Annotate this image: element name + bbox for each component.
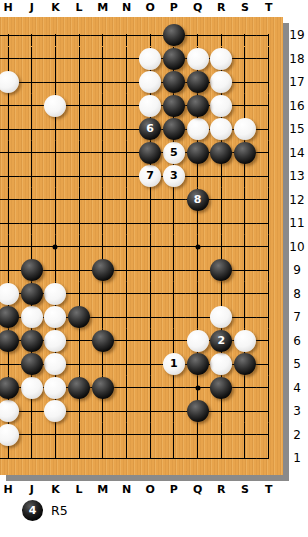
intersection-J17 xyxy=(20,70,44,94)
row-label-18: 18 xyxy=(286,51,308,67)
stone-black-J6 xyxy=(21,330,43,352)
intersection-P2 xyxy=(162,423,186,447)
intersection-R10 xyxy=(209,235,233,259)
intersection-L14 xyxy=(67,141,91,165)
intersection-O8 xyxy=(138,282,162,306)
intersection-M11 xyxy=(91,211,115,235)
intersection-K1 xyxy=(44,446,68,470)
intersection-Q9 xyxy=(186,258,210,282)
intersection-K19 xyxy=(44,23,68,47)
intersection-M14 xyxy=(91,141,115,165)
stone-white-K5 xyxy=(44,353,66,375)
stone-white-Q15 xyxy=(187,118,209,140)
column-label-L: L xyxy=(69,0,90,15)
stone-black-J9 xyxy=(21,259,43,281)
intersection-S7 xyxy=(233,305,257,329)
row-label-2: 2 xyxy=(286,427,308,443)
stone-white-O17 xyxy=(139,71,161,93)
column-label-M: M xyxy=(92,482,113,497)
column-labels-top: HJKLMNOPQRST xyxy=(0,0,308,15)
stone-white-K3 xyxy=(44,400,66,422)
intersection-S13 xyxy=(233,164,257,188)
intersection-L10 xyxy=(67,235,91,259)
intersection-K15 xyxy=(44,117,68,141)
intersection-L16 xyxy=(67,94,91,118)
intersection-K9 xyxy=(44,258,68,282)
intersection-M17 xyxy=(91,70,115,94)
intersection-H19 xyxy=(0,23,20,47)
column-label-K: K xyxy=(45,482,66,497)
stone-white-R5 xyxy=(210,353,232,375)
intersection-T19 xyxy=(257,23,281,47)
intersection-R3 xyxy=(209,399,233,423)
intersection-T11 xyxy=(257,211,281,235)
move-number-2: 2 xyxy=(210,330,232,352)
stone-white-P14: 5 xyxy=(163,142,185,164)
stone-black-S14 xyxy=(234,142,256,164)
column-label-L: L xyxy=(69,482,90,497)
intersection-T16 xyxy=(257,94,281,118)
row-label-12: 12 xyxy=(286,192,308,208)
intersection-L5 xyxy=(67,352,91,376)
intersection-Q13 xyxy=(186,164,210,188)
intersection-O2 xyxy=(138,423,162,447)
intersection-Q7 xyxy=(186,305,210,329)
intersection-J3 xyxy=(20,399,44,423)
intersection-M13 xyxy=(91,164,115,188)
intersection-S4 xyxy=(233,376,257,400)
intersection-T17 xyxy=(257,70,281,94)
intersection-J10 xyxy=(20,235,44,259)
column-label-P: P xyxy=(163,482,184,497)
intersection-R8 xyxy=(209,282,233,306)
stone-black-P19 xyxy=(163,24,185,46)
stone-black-Q3 xyxy=(187,400,209,422)
stone-black-O15: 6 xyxy=(139,118,161,140)
stone-black-Q12: 8 xyxy=(187,189,209,211)
intersection-Q2 xyxy=(186,423,210,447)
move-number-7: 7 xyxy=(139,165,161,187)
intersection-S19 xyxy=(233,23,257,47)
column-label-J: J xyxy=(21,0,42,15)
stone-black-S5 xyxy=(234,353,256,375)
intersection-S16 xyxy=(233,94,257,118)
intersection-S10 xyxy=(233,235,257,259)
caption-move-location: R5 xyxy=(51,503,68,518)
intersection-L13 xyxy=(67,164,91,188)
stone-black-Q14 xyxy=(187,142,209,164)
intersection-L6 xyxy=(67,329,91,353)
intersection-S17 xyxy=(233,70,257,94)
intersection-N3 xyxy=(115,399,139,423)
column-label-S: S xyxy=(235,0,256,15)
intersection-H10 xyxy=(0,235,20,259)
stone-white-P5: 1 xyxy=(163,353,185,375)
intersection-M19 xyxy=(91,23,115,47)
intersection-K17 xyxy=(44,70,68,94)
star-point-Q4 xyxy=(195,385,200,390)
intersection-Q11 xyxy=(186,211,210,235)
intersection-P11 xyxy=(162,211,186,235)
intersection-O11 xyxy=(138,211,162,235)
caption: 4 R5 xyxy=(22,499,68,521)
row-label-8: 8 xyxy=(286,286,308,302)
row-label-4: 4 xyxy=(286,380,308,396)
intersection-N6 xyxy=(115,329,139,353)
intersection-M2 xyxy=(91,423,115,447)
stone-white-J4 xyxy=(21,377,43,399)
intersection-N1 xyxy=(115,446,139,470)
intersection-R13 xyxy=(209,164,233,188)
star-point-Q10 xyxy=(195,244,200,249)
stone-black-J8 xyxy=(21,283,43,305)
intersection-T13 xyxy=(257,164,281,188)
intersection-J14 xyxy=(20,141,44,165)
intersection-Q8 xyxy=(186,282,210,306)
intersection-H5 xyxy=(0,352,20,376)
intersection-K14 xyxy=(44,141,68,165)
stone-black-M4 xyxy=(92,377,114,399)
intersection-Q1 xyxy=(186,446,210,470)
intersection-N5 xyxy=(115,352,139,376)
intersection-J19 xyxy=(20,23,44,47)
column-label-T: T xyxy=(258,0,279,15)
intersection-M15 xyxy=(91,117,115,141)
intersection-L1 xyxy=(67,446,91,470)
intersection-O19 xyxy=(138,23,162,47)
intersection-J16 xyxy=(20,94,44,118)
intersection-J13 xyxy=(20,164,44,188)
intersection-N11 xyxy=(115,211,139,235)
intersection-T15 xyxy=(257,117,281,141)
intersection-S9 xyxy=(233,258,257,282)
move-number-5: 5 xyxy=(163,142,185,164)
intersection-M7 xyxy=(91,305,115,329)
intersection-T14 xyxy=(257,141,281,165)
intersection-N18 xyxy=(115,47,139,71)
stone-white-S6 xyxy=(234,330,256,352)
stone-black-O14 xyxy=(139,142,161,164)
move-number-6: 6 xyxy=(139,118,161,140)
stone-white-R15 xyxy=(210,118,232,140)
stone-black-L4 xyxy=(68,377,90,399)
intersection-Q19 xyxy=(186,23,210,47)
column-label-N: N xyxy=(116,482,137,497)
intersection-T3 xyxy=(257,399,281,423)
intersection-O10 xyxy=(138,235,162,259)
stone-white-P13: 3 xyxy=(163,165,185,187)
intersection-H18 xyxy=(0,47,20,71)
stone-white-S15 xyxy=(234,118,256,140)
intersection-R12 xyxy=(209,188,233,212)
stone-black-R14 xyxy=(210,142,232,164)
intersection-M12 xyxy=(91,188,115,212)
stone-white-Q18 xyxy=(187,48,209,70)
intersection-T2 xyxy=(257,423,281,447)
intersection-P3 xyxy=(162,399,186,423)
intersection-H14 xyxy=(0,141,20,165)
intersection-M10 xyxy=(91,235,115,259)
intersection-N15 xyxy=(115,117,139,141)
column-labels-bottom: HJKLMNOPQRST xyxy=(0,482,308,497)
stone-white-K4 xyxy=(44,377,66,399)
intersection-P6 xyxy=(162,329,186,353)
intersection-K2 xyxy=(44,423,68,447)
stone-white-K7 xyxy=(44,306,66,328)
intersection-L17 xyxy=(67,70,91,94)
row-label-19: 19 xyxy=(286,27,308,43)
column-label-K: K xyxy=(45,0,66,15)
intersection-R11 xyxy=(209,211,233,235)
intersection-L8 xyxy=(67,282,91,306)
intersection-P7 xyxy=(162,305,186,329)
column-label-Q: Q xyxy=(187,0,208,15)
intersection-L3 xyxy=(67,399,91,423)
move-number-3: 3 xyxy=(163,165,185,187)
stone-black-Q17 xyxy=(187,71,209,93)
intersection-T1 xyxy=(257,446,281,470)
intersection-N2 xyxy=(115,423,139,447)
stone-white-K6 xyxy=(44,330,66,352)
intersection-T6 xyxy=(257,329,281,353)
column-label-M: M xyxy=(92,0,113,15)
intersection-H9 xyxy=(0,258,20,282)
intersection-T7 xyxy=(257,305,281,329)
intersection-N13 xyxy=(115,164,139,188)
stone-black-P15 xyxy=(163,118,185,140)
stone-black-J5 xyxy=(21,353,43,375)
intersection-P12 xyxy=(162,188,186,212)
intersection-S12 xyxy=(233,188,257,212)
column-label-R: R xyxy=(211,0,232,15)
board-grid xyxy=(0,23,280,470)
move-number-8: 8 xyxy=(187,189,209,211)
stone-black-Q5 xyxy=(187,353,209,375)
row-label-13: 13 xyxy=(286,168,308,184)
intersection-K13 xyxy=(44,164,68,188)
intersection-P8 xyxy=(162,282,186,306)
intersection-H1 xyxy=(0,446,20,470)
intersection-N7 xyxy=(115,305,139,329)
stone-white-K8 xyxy=(44,283,66,305)
intersection-M16 xyxy=(91,94,115,118)
intersection-S8 xyxy=(233,282,257,306)
intersection-P4 xyxy=(162,376,186,400)
intersection-K11 xyxy=(44,211,68,235)
intersection-T8 xyxy=(257,282,281,306)
intersection-N16 xyxy=(115,94,139,118)
caption-black-stone: 4 xyxy=(22,500,43,521)
column-label-O: O xyxy=(140,0,161,15)
intersection-S1 xyxy=(233,446,257,470)
intersection-S2 xyxy=(233,423,257,447)
move-number-1: 1 xyxy=(163,353,185,375)
intersection-M1 xyxy=(91,446,115,470)
stone-white-R17 xyxy=(210,71,232,93)
column-label-S: S xyxy=(235,482,256,497)
intersection-H16 xyxy=(0,94,20,118)
row-label-3: 3 xyxy=(286,403,308,419)
stone-black-R9 xyxy=(210,259,232,281)
intersection-L15 xyxy=(67,117,91,141)
row-label-11: 11 xyxy=(286,215,308,231)
intersection-N14 xyxy=(115,141,139,165)
caption-move-number: 4 xyxy=(29,504,37,517)
intersection-T4 xyxy=(257,376,281,400)
intersection-J18 xyxy=(20,47,44,71)
intersection-L19 xyxy=(67,23,91,47)
intersection-K12 xyxy=(44,188,68,212)
stone-white-R16 xyxy=(210,95,232,117)
row-label-16: 16 xyxy=(286,98,308,114)
intersection-N4 xyxy=(115,376,139,400)
intersection-N17 xyxy=(115,70,139,94)
row-label-9: 9 xyxy=(286,262,308,278)
stone-black-P16 xyxy=(163,95,185,117)
stone-white-O16 xyxy=(139,95,161,117)
intersection-L9 xyxy=(67,258,91,282)
stone-white-Q6 xyxy=(187,330,209,352)
intersection-M3 xyxy=(91,399,115,423)
intersection-H13 xyxy=(0,164,20,188)
intersection-J15 xyxy=(20,117,44,141)
row-label-1: 1 xyxy=(286,450,308,466)
row-label-15: 15 xyxy=(286,121,308,137)
stone-black-R4 xyxy=(210,377,232,399)
intersection-N19 xyxy=(115,23,139,47)
row-label-5: 5 xyxy=(286,356,308,372)
intersection-J12 xyxy=(20,188,44,212)
intersection-S18 xyxy=(233,47,257,71)
intersection-P9 xyxy=(162,258,186,282)
intersection-O3 xyxy=(138,399,162,423)
intersection-T18 xyxy=(257,47,281,71)
intersection-L2 xyxy=(67,423,91,447)
intersection-R19 xyxy=(209,23,233,47)
intersection-O5 xyxy=(138,352,162,376)
stone-black-M6 xyxy=(92,330,114,352)
column-label-N: N xyxy=(116,0,137,15)
row-label-6: 6 xyxy=(286,333,308,349)
column-label-R: R xyxy=(211,482,232,497)
intersection-O4 xyxy=(138,376,162,400)
intersection-J2 xyxy=(20,423,44,447)
intersection-S11 xyxy=(233,211,257,235)
column-label-H: H xyxy=(0,0,19,15)
intersection-T10 xyxy=(257,235,281,259)
intersection-J11 xyxy=(20,211,44,235)
intersection-O6 xyxy=(138,329,162,353)
intersection-N12 xyxy=(115,188,139,212)
intersection-O7 xyxy=(138,305,162,329)
stone-white-K16 xyxy=(44,95,66,117)
column-label-O: O xyxy=(140,482,161,497)
stone-white-O18 xyxy=(139,48,161,70)
intersection-P10 xyxy=(162,235,186,259)
intersection-H15 xyxy=(0,117,20,141)
intersection-L12 xyxy=(67,188,91,212)
intersection-R1 xyxy=(209,446,233,470)
intersection-N9 xyxy=(115,258,139,282)
row-label-10: 10 xyxy=(286,239,308,255)
intersection-K18 xyxy=(44,47,68,71)
stone-black-Q16 xyxy=(187,95,209,117)
column-label-Q: Q xyxy=(187,482,208,497)
intersection-H12 xyxy=(0,188,20,212)
stone-black-L7 xyxy=(68,306,90,328)
intersection-R2 xyxy=(209,423,233,447)
intersection-L18 xyxy=(67,47,91,71)
intersection-N8 xyxy=(115,282,139,306)
stone-white-O13: 7 xyxy=(139,165,161,187)
intersection-M5 xyxy=(91,352,115,376)
row-label-14: 14 xyxy=(286,145,308,161)
star-point-K10 xyxy=(53,244,58,249)
stone-black-M9 xyxy=(92,259,114,281)
stone-black-P18 xyxy=(163,48,185,70)
intersection-T9 xyxy=(257,258,281,282)
intersection-T5 xyxy=(257,352,281,376)
intersection-H11 xyxy=(0,211,20,235)
column-label-P: P xyxy=(163,0,184,15)
intersection-M18 xyxy=(91,47,115,71)
stone-white-R7 xyxy=(210,306,232,328)
go-board: 5731682 xyxy=(0,17,283,475)
intersection-M8 xyxy=(91,282,115,306)
row-labels-right: 19181716151413121110987654321 xyxy=(286,0,308,537)
row-label-7: 7 xyxy=(286,309,308,325)
column-label-T: T xyxy=(258,482,279,497)
intersection-S3 xyxy=(233,399,257,423)
stone-white-J7 xyxy=(21,306,43,328)
intersection-N10 xyxy=(115,235,139,259)
row-label-17: 17 xyxy=(286,74,308,90)
column-label-J: J xyxy=(21,482,42,497)
intersection-P1 xyxy=(162,446,186,470)
intersection-O12 xyxy=(138,188,162,212)
intersection-O1 xyxy=(138,446,162,470)
intersection-J1 xyxy=(20,446,44,470)
stone-white-R18 xyxy=(210,48,232,70)
stone-black-P17 xyxy=(163,71,185,93)
intersection-T12 xyxy=(257,188,281,212)
column-label-H: H xyxy=(0,482,19,497)
intersection-L11 xyxy=(67,211,91,235)
stone-black-R6: 2 xyxy=(210,330,232,352)
intersection-O9 xyxy=(138,258,162,282)
